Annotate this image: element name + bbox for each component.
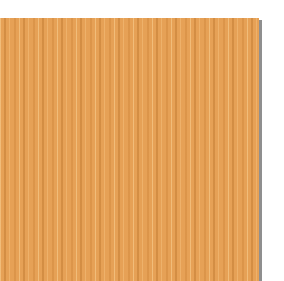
board-grid — [0, 21, 257, 281]
column-labels — [0, 0, 284, 18]
row-labels — [262, 0, 284, 281]
go-board — [0, 18, 259, 281]
go-board-screenshot — [0, 0, 284, 281]
